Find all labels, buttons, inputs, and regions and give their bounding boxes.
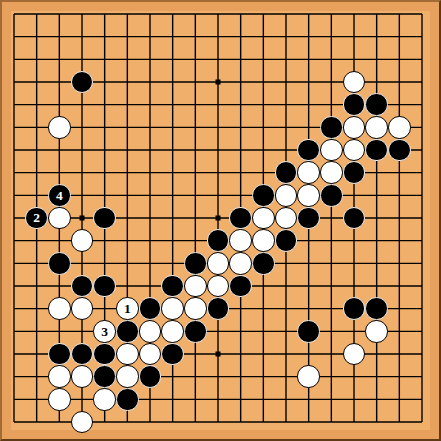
white-stone[interactable] [252, 207, 274, 229]
black-stone-move-2[interactable]: 2 [25, 207, 47, 229]
white-stone[interactable] [297, 161, 319, 183]
black-stone[interactable] [320, 116, 342, 138]
white-stone[interactable] [320, 161, 342, 183]
white-stone[interactable] [184, 297, 206, 319]
black-stone[interactable] [297, 139, 319, 161]
black-stone[interactable] [365, 297, 387, 319]
white-stone[interactable] [207, 275, 229, 297]
white-stone[interactable] [161, 320, 183, 342]
white-stone[interactable] [275, 184, 297, 206]
stones-layer: 4213 [3, 3, 434, 434]
black-stone[interactable] [275, 229, 297, 251]
white-stone[interactable] [116, 365, 138, 387]
black-stone[interactable] [93, 275, 115, 297]
white-stone[interactable] [297, 184, 319, 206]
white-stone[interactable] [116, 343, 138, 365]
white-stone-move-3[interactable]: 3 [93, 320, 115, 342]
white-stone[interactable] [48, 297, 70, 319]
white-stone[interactable] [48, 388, 70, 410]
white-stone[interactable] [139, 320, 161, 342]
black-stone[interactable] [297, 320, 319, 342]
black-stone[interactable] [116, 388, 138, 410]
black-stone[interactable] [93, 207, 115, 229]
white-stone[interactable] [275, 207, 297, 229]
black-stone[interactable] [116, 320, 138, 342]
black-stone[interactable] [275, 161, 297, 183]
white-stone[interactable] [48, 365, 70, 387]
white-stone[interactable] [71, 411, 93, 433]
white-stone[interactable] [161, 297, 183, 319]
black-stone[interactable] [365, 93, 387, 115]
white-stone[interactable] [139, 343, 161, 365]
black-stone-move-4[interactable]: 4 [48, 184, 70, 206]
black-stone[interactable] [388, 139, 410, 161]
black-stone[interactable] [343, 161, 365, 183]
white-stone[interactable] [365, 116, 387, 138]
white-stone[interactable] [93, 388, 115, 410]
black-stone[interactable] [252, 252, 274, 274]
white-stone[interactable] [207, 252, 229, 274]
white-stone[interactable] [71, 297, 93, 319]
black-stone[interactable] [184, 320, 206, 342]
white-stone[interactable] [71, 365, 93, 387]
black-stone[interactable] [320, 184, 342, 206]
black-stone[interactable] [252, 184, 274, 206]
white-stone[interactable] [71, 229, 93, 251]
black-stone[interactable] [207, 297, 229, 319]
white-stone[interactable] [343, 116, 365, 138]
black-stone[interactable] [343, 207, 365, 229]
white-stone-move-1[interactable]: 1 [116, 297, 138, 319]
black-stone[interactable] [229, 275, 251, 297]
black-stone[interactable] [161, 275, 183, 297]
white-stone[interactable] [229, 252, 251, 274]
go-board[interactable]: 4213 [0, 0, 441, 441]
white-stone[interactable] [365, 320, 387, 342]
black-stone[interactable] [184, 252, 206, 274]
black-stone[interactable] [48, 252, 70, 274]
white-stone[interactable] [343, 343, 365, 365]
black-stone[interactable] [207, 229, 229, 251]
black-stone[interactable] [71, 343, 93, 365]
black-stone[interactable] [343, 93, 365, 115]
white-stone[interactable] [252, 229, 274, 251]
black-stone[interactable] [48, 343, 70, 365]
white-stone[interactable] [229, 229, 251, 251]
black-stone[interactable] [229, 207, 251, 229]
white-stone[interactable] [48, 207, 70, 229]
black-stone[interactable] [139, 297, 161, 319]
white-stone[interactable] [297, 365, 319, 387]
black-stone[interactable] [365, 139, 387, 161]
black-stone[interactable] [161, 343, 183, 365]
black-stone[interactable] [93, 365, 115, 387]
white-stone[interactable] [388, 116, 410, 138]
white-stone[interactable] [48, 116, 70, 138]
black-stone[interactable] [343, 297, 365, 319]
black-stone[interactable] [297, 207, 319, 229]
white-stone[interactable] [343, 71, 365, 93]
white-stone[interactable] [343, 139, 365, 161]
black-stone[interactable] [71, 71, 93, 93]
black-stone[interactable] [93, 343, 115, 365]
white-stone[interactable] [320, 139, 342, 161]
white-stone[interactable] [184, 275, 206, 297]
black-stone[interactable] [139, 365, 161, 387]
black-stone[interactable] [71, 275, 93, 297]
